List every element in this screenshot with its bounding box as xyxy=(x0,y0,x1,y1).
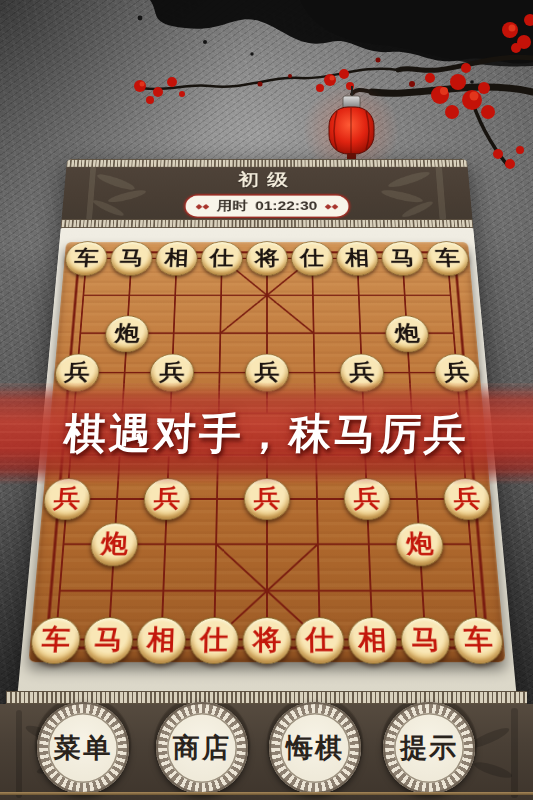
piece-black-车-r0c0[interactable]: 车 xyxy=(64,242,109,276)
shop-button[interactable]: 商店 xyxy=(156,702,248,794)
piece-black-仕-r0c5[interactable]: 仕 xyxy=(291,242,334,276)
banner-border-bottom xyxy=(61,219,473,228)
piece-black-马-r0c1[interactable]: 马 xyxy=(109,242,153,276)
piece-red-马-r9c7[interactable]: 马 xyxy=(400,617,452,664)
piece-black-马-r0c7[interactable]: 马 xyxy=(381,242,425,276)
menu-button-label: 菜单 xyxy=(48,713,118,783)
piece-black-炮-r2c1[interactable]: 炮 xyxy=(104,315,149,352)
level-label: 初级 xyxy=(64,169,470,191)
piece-red-马-r9c1[interactable]: 马 xyxy=(83,617,135,664)
hint-button[interactable]: 提示 xyxy=(383,702,475,794)
hint-button-label: 提示 xyxy=(394,713,464,783)
piece-red-相-r9c2[interactable]: 相 xyxy=(136,617,187,664)
undo-button-label: 悔棋 xyxy=(280,713,350,783)
timer-pill: ◆◆ 用时 01:22:30 ◆◆ xyxy=(184,194,351,218)
undo-button[interactable]: 悔棋 xyxy=(269,702,361,794)
toolbar: 菜单 商店 悔棋 提示 xyxy=(0,704,533,800)
timer-label: 用时 xyxy=(217,198,248,215)
piece-black-车-r0c8[interactable]: 车 xyxy=(426,242,471,276)
piece-red-炮-r7c7[interactable]: 炮 xyxy=(395,523,445,567)
pill-ornament-left: ◆◆ xyxy=(195,202,209,209)
piece-black-相-r0c2[interactable]: 相 xyxy=(155,242,198,276)
piece-black-相-r0c6[interactable]: 相 xyxy=(336,242,379,276)
banner-border-top xyxy=(66,159,467,167)
piece-red-将-r9c4[interactable]: 将 xyxy=(242,617,291,664)
piece-black-将-r0c4[interactable]: 将 xyxy=(246,242,288,276)
piece-red-车-r9c8[interactable]: 车 xyxy=(452,617,505,664)
menu-button[interactable]: 菜单 xyxy=(37,702,129,794)
battle-banner-text: 棋遇对手，秣马厉兵 xyxy=(63,406,471,462)
level-banner: 初级 ◆◆ 用时 01:22:30 ◆◆ xyxy=(61,159,473,228)
timer-value: 01:22:30 xyxy=(255,199,317,213)
piece-red-车-r9c0[interactable]: 车 xyxy=(29,617,82,664)
piece-black-仕-r0c3[interactable]: 仕 xyxy=(200,242,243,276)
piece-black-炮-r2c7[interactable]: 炮 xyxy=(384,315,429,352)
piece-red-仕-r9c3[interactable]: 仕 xyxy=(189,617,239,664)
piece-red-炮-r7c1[interactable]: 炮 xyxy=(89,523,139,567)
bottom-gold-line xyxy=(0,792,533,795)
pill-ornament-right: ◆◆ xyxy=(325,202,339,209)
piece-red-相-r9c6[interactable]: 相 xyxy=(347,617,398,664)
shop-button-label: 商店 xyxy=(167,713,237,783)
game-screen: 初级 ◆◆ 用时 01:22:30 ◆◆ xyxy=(0,0,533,800)
battle-banner: 棋遇对手，秣马厉兵 xyxy=(0,383,533,485)
piece-red-仕-r9c5[interactable]: 仕 xyxy=(295,617,345,664)
